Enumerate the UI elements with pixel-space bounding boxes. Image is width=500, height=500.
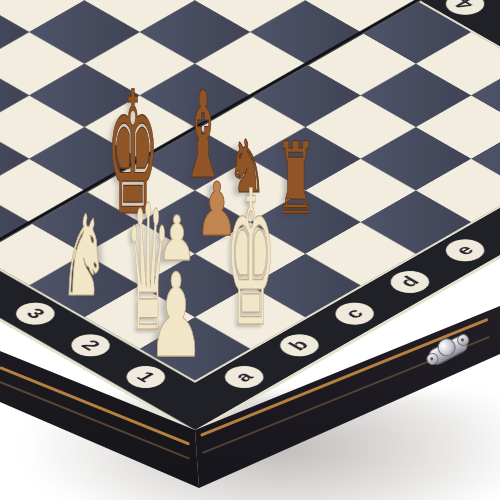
chess-box-photo: aa11bb22cc33dd44ee55ff66gg77hh88 ♝♞♚♜♟♟♞… — [0, 0, 500, 500]
light-king-b1: ♚ — [226, 166, 276, 353]
square-d8 — [0, 0, 29, 63]
square-c7 — [0, 64, 29, 127]
rank-label-3: 3 — [8, 298, 62, 329]
file-label-f: f — [493, 203, 500, 234]
square-g5 — [250, 0, 360, 63]
file-label-b: b — [272, 330, 326, 361]
square-g6 — [195, 0, 305, 32]
square-h3 — [416, 32, 500, 95]
file-label-e: e — [438, 235, 492, 266]
light-knight-a3: ♞ — [60, 200, 107, 312]
square-h4 — [361, 0, 471, 63]
square-g3 — [361, 64, 471, 127]
dark-rook-d2: ♜ — [276, 129, 317, 228]
file-label-d: d — [383, 266, 437, 297]
rank-label-2: 2 — [63, 330, 117, 361]
file-label-c: c — [328, 298, 382, 329]
square-d7 — [0, 32, 85, 95]
square-h5 — [305, 0, 415, 32]
square-f7 — [85, 0, 195, 32]
square-h2 — [471, 64, 500, 127]
square-e8 — [0, 0, 85, 32]
rank-label-far-3: 3 — [493, 20, 500, 51]
light-pawn-a1: ♟ — [148, 258, 204, 374]
square-g4 — [305, 32, 415, 95]
rank-label-far-4: 4 — [438, 0, 492, 19]
